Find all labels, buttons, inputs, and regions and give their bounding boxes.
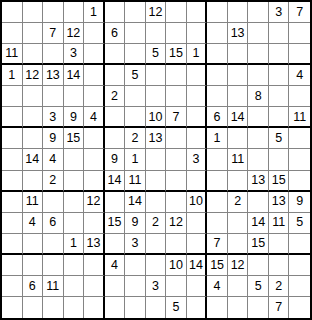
cell-empty-r5c2[interactable]	[23, 86, 44, 107]
cell-empty-r6c1[interactable]	[2, 107, 23, 128]
cell-empty-r1c7[interactable]	[125, 2, 146, 23]
cell-given-r11c9: 12	[166, 213, 187, 234]
cell-given-r7c14: 5	[269, 128, 290, 149]
cell-given-r14c11: 4	[207, 276, 228, 297]
cell-empty-r12c14[interactable]	[269, 234, 290, 255]
cell-empty-r15c13[interactable]	[248, 297, 269, 318]
cell-empty-r3c5[interactable]	[84, 44, 105, 65]
cell-given-r11c3: 6	[43, 213, 64, 234]
cell-empty-r4c5[interactable]	[84, 65, 105, 86]
cell-given-r4c3: 13	[43, 65, 64, 86]
cell-given-r13c12: 12	[228, 255, 249, 276]
cell-empty-r1c11[interactable]	[207, 2, 228, 23]
cell-empty-r11c11[interactable]	[207, 213, 228, 234]
cell-given-r8c3: 4	[43, 149, 64, 170]
cell-empty-r12c3[interactable]	[43, 234, 64, 255]
cell-empty-r14c1[interactable]	[2, 276, 23, 297]
cell-given-r6c9: 7	[166, 107, 187, 128]
cell-given-r14c14: 2	[269, 276, 290, 297]
cell-empty-r13c4[interactable]	[64, 255, 85, 276]
cell-empty-r3c2[interactable]	[23, 44, 44, 65]
cell-empty-r8c14[interactable]	[269, 149, 290, 170]
cell-given-r6c5: 4	[84, 107, 105, 128]
cell-empty-r9c4[interactable]	[64, 171, 85, 192]
cell-empty-r12c10[interactable]	[187, 234, 208, 255]
cell-given-r10c15: 9	[289, 192, 310, 213]
cell-empty-r9c11[interactable]	[207, 171, 228, 192]
cell-empty-r4c9[interactable]	[166, 65, 187, 86]
cell-given-r6c12: 14	[228, 107, 249, 128]
cell-empty-r10c11[interactable]	[207, 192, 228, 213]
cell-given-r10c7: 14	[125, 192, 146, 213]
cell-given-r10c2: 11	[23, 192, 44, 213]
cell-given-r1c8: 12	[146, 2, 167, 23]
cell-empty-r10c13[interactable]	[248, 192, 269, 213]
cell-empty-r15c10[interactable]	[187, 297, 208, 318]
cell-empty-r4c6[interactable]	[105, 65, 126, 86]
cell-given-r6c4: 9	[64, 107, 85, 128]
cell-given-r14c3: 11	[43, 276, 64, 297]
cell-empty-r6c7[interactable]	[125, 107, 146, 128]
cell-empty-r13c14[interactable]	[269, 255, 290, 276]
cell-empty-r11c5[interactable]	[84, 213, 105, 234]
cell-empty-r2c10[interactable]	[187, 23, 208, 44]
cell-given-r10c14: 13	[269, 192, 290, 213]
cell-empty-r3c15[interactable]	[289, 44, 310, 65]
cell-empty-r11c12[interactable]	[228, 213, 249, 234]
cell-empty-r12c9[interactable]	[166, 234, 187, 255]
cell-empty-r7c10[interactable]	[187, 128, 208, 149]
cell-empty-r8c1[interactable]	[2, 149, 23, 170]
cell-empty-r4c8[interactable]	[146, 65, 167, 86]
cell-given-r11c7: 9	[125, 213, 146, 234]
cell-empty-r3c7[interactable]	[125, 44, 146, 65]
cell-given-r6c8: 10	[146, 107, 167, 128]
cell-empty-r14c5[interactable]	[84, 276, 105, 297]
cell-empty-r2c7[interactable]	[125, 23, 146, 44]
cell-empty-r5c3[interactable]	[43, 86, 64, 107]
cell-empty-r4c14[interactable]	[269, 65, 290, 86]
cell-given-r11c6: 15	[105, 213, 126, 234]
cell-given-r4c4: 14	[64, 65, 85, 86]
cell-empty-r9c1[interactable]	[2, 171, 23, 192]
cell-empty-r4c11[interactable]	[207, 65, 228, 86]
cell-empty-r5c8[interactable]	[146, 86, 167, 107]
cell-empty-r2c15[interactable]	[289, 23, 310, 44]
cell-given-r1c15: 7	[289, 2, 310, 23]
cell-given-r7c7: 2	[125, 128, 146, 149]
cell-empty-r8c4[interactable]	[64, 149, 85, 170]
cell-given-r5c6: 2	[105, 86, 126, 107]
cell-empty-r14c15[interactable]	[289, 276, 310, 297]
cell-empty-r5c7[interactable]	[125, 86, 146, 107]
cell-empty-r13c7[interactable]	[125, 255, 146, 276]
cell-empty-r12c2[interactable]	[23, 234, 44, 255]
cell-empty-r7c1[interactable]	[2, 128, 23, 149]
cell-given-r8c2: 14	[23, 149, 44, 170]
cell-given-r8c7: 1	[125, 149, 146, 170]
cell-given-r10c5: 12	[84, 192, 105, 213]
cell-given-r11c14: 11	[269, 213, 290, 234]
cell-empty-r7c2[interactable]	[23, 128, 44, 149]
cell-empty-r1c13[interactable]	[248, 2, 269, 23]
cell-given-r14c13: 5	[248, 276, 269, 297]
cell-given-r12c5: 13	[84, 234, 105, 255]
cell-empty-r2c11[interactable]	[207, 23, 228, 44]
cell-empty-r15c2[interactable]	[23, 297, 44, 318]
cell-given-r15c14: 7	[269, 297, 290, 318]
cell-empty-r15c15[interactable]	[289, 297, 310, 318]
cell-empty-r5c15[interactable]	[289, 86, 310, 107]
cell-given-r4c2: 12	[23, 65, 44, 86]
cell-empty-r4c10[interactable]	[187, 65, 208, 86]
cell-given-r8c6: 9	[105, 149, 126, 170]
cell-empty-r10c4[interactable]	[64, 192, 85, 213]
cell-given-r2c4: 12	[64, 23, 85, 44]
cell-empty-r2c13[interactable]	[248, 23, 269, 44]
cell-empty-r2c1[interactable]	[2, 23, 23, 44]
cell-given-r3c4: 3	[64, 44, 85, 65]
cell-given-r11c8: 2	[146, 213, 167, 234]
cell-empty-r1c3[interactable]	[43, 2, 64, 23]
cell-empty-r9c15[interactable]	[289, 171, 310, 192]
cell-empty-r12c12[interactable]	[228, 234, 249, 255]
cell-empty-r8c9[interactable]	[166, 149, 187, 170]
cell-empty-r2c14[interactable]	[269, 23, 290, 44]
cell-given-r11c2: 4	[23, 213, 44, 234]
cell-empty-r13c15[interactable]	[289, 255, 310, 276]
cell-given-r3c1: 11	[2, 44, 23, 65]
cell-given-r13c11: 15	[207, 255, 228, 276]
cell-empty-r9c2[interactable]	[23, 171, 44, 192]
cell-given-r9c6: 14	[105, 171, 126, 192]
cell-given-r6c15: 11	[289, 107, 310, 128]
cell-empty-r5c4[interactable]	[64, 86, 85, 107]
cell-empty-r6c6[interactable]	[105, 107, 126, 128]
cell-empty-r2c5[interactable]	[84, 23, 105, 44]
cell-empty-r10c9[interactable]	[166, 192, 187, 213]
cell-given-r3c9: 15	[166, 44, 187, 65]
cell-given-r10c10: 10	[187, 192, 208, 213]
cell-empty-r15c5[interactable]	[84, 297, 105, 318]
cell-empty-r15c7[interactable]	[125, 297, 146, 318]
cell-given-r4c7: 5	[125, 65, 146, 86]
cell-given-r2c6: 6	[105, 23, 126, 44]
cell-empty-r1c4[interactable]	[64, 2, 85, 23]
sudoku-board: 1123771261311351511121314542839410761411…	[0, 0, 312, 320]
cell-empty-r7c12[interactable]	[228, 128, 249, 149]
cell-empty-r11c1[interactable]	[2, 213, 23, 234]
cell-empty-r10c8[interactable]	[146, 192, 167, 213]
cell-empty-r8c8[interactable]	[146, 149, 167, 170]
cell-given-r9c13: 13	[248, 171, 269, 192]
cell-empty-r12c6[interactable]	[105, 234, 126, 255]
cell-empty-r13c5[interactable]	[84, 255, 105, 276]
cell-empty-r9c5[interactable]	[84, 171, 105, 192]
cell-empty-r10c6[interactable]	[105, 192, 126, 213]
cell-empty-r3c3[interactable]	[43, 44, 64, 65]
cell-empty-r7c13[interactable]	[248, 128, 269, 149]
cell-given-r7c8: 13	[146, 128, 167, 149]
cell-given-r3c10: 1	[187, 44, 208, 65]
cell-given-r8c10: 3	[187, 149, 208, 170]
cell-empty-r12c15[interactable]	[289, 234, 310, 255]
cell-empty-r11c10[interactable]	[187, 213, 208, 234]
cell-empty-r9c12[interactable]	[228, 171, 249, 192]
cell-empty-r14c7[interactable]	[125, 276, 146, 297]
cell-empty-r1c9[interactable]	[166, 2, 187, 23]
cell-given-r13c10: 14	[187, 255, 208, 276]
cell-empty-r15c4[interactable]	[64, 297, 85, 318]
cell-empty-r6c2[interactable]	[23, 107, 44, 128]
cell-given-r4c15: 4	[289, 65, 310, 86]
cell-empty-r7c9[interactable]	[166, 128, 187, 149]
cell-empty-r15c12[interactable]	[228, 297, 249, 318]
cell-empty-r8c15[interactable]	[289, 149, 310, 170]
cell-given-r3c8: 5	[146, 44, 167, 65]
cell-given-r7c4: 15	[64, 128, 85, 149]
cell-empty-r5c14[interactable]	[269, 86, 290, 107]
cell-given-r14c8: 3	[146, 276, 167, 297]
cell-empty-r2c9[interactable]	[166, 23, 187, 44]
cell-empty-r2c2[interactable]	[23, 23, 44, 44]
cell-empty-r15c11[interactable]	[207, 297, 228, 318]
cell-empty-r9c8[interactable]	[146, 171, 167, 192]
cell-empty-r12c8[interactable]	[146, 234, 167, 255]
cell-empty-r15c6[interactable]	[105, 297, 126, 318]
cell-given-r7c3: 9	[43, 128, 64, 149]
cell-empty-r5c10[interactable]	[187, 86, 208, 107]
cell-given-r12c7: 3	[125, 234, 146, 255]
cell-given-r9c14: 15	[269, 171, 290, 192]
cell-empty-r15c3[interactable]	[43, 297, 64, 318]
cell-empty-r13c8[interactable]	[146, 255, 167, 276]
cell-empty-r13c2[interactable]	[23, 255, 44, 276]
cell-empty-r5c12[interactable]	[228, 86, 249, 107]
cell-given-r1c14: 3	[269, 2, 290, 23]
cell-empty-r6c13[interactable]	[248, 107, 269, 128]
cell-given-r4c1: 1	[2, 65, 23, 86]
cell-empty-r5c1[interactable]	[2, 86, 23, 107]
cell-given-r13c6: 4	[105, 255, 126, 276]
cell-empty-r10c1[interactable]	[2, 192, 23, 213]
cell-empty-r3c14[interactable]	[269, 44, 290, 65]
cell-empty-r4c13[interactable]	[248, 65, 269, 86]
cell-empty-r8c13[interactable]	[248, 149, 269, 170]
cell-empty-r14c10[interactable]	[187, 276, 208, 297]
cell-given-r14c2: 6	[23, 276, 44, 297]
cell-empty-r1c1[interactable]	[2, 2, 23, 23]
cell-empty-r9c10[interactable]	[187, 171, 208, 192]
cell-empty-r14c4[interactable]	[64, 276, 85, 297]
cell-empty-r1c2[interactable]	[23, 2, 44, 23]
cell-empty-r13c3[interactable]	[43, 255, 64, 276]
cell-given-r15c9: 5	[166, 297, 187, 318]
cell-given-r9c3: 2	[43, 171, 64, 192]
cell-empty-r7c15[interactable]	[289, 128, 310, 149]
cell-empty-r8c5[interactable]	[84, 149, 105, 170]
cell-empty-r14c6[interactable]	[105, 276, 126, 297]
cell-empty-r6c10[interactable]	[187, 107, 208, 128]
cell-given-r5c13: 8	[248, 86, 269, 107]
cell-empty-r3c12[interactable]	[228, 44, 249, 65]
cell-empty-r15c8[interactable]	[146, 297, 167, 318]
cell-empty-r14c12[interactable]	[228, 276, 249, 297]
cell-given-r1c5: 1	[84, 2, 105, 23]
cell-empty-r3c11[interactable]	[207, 44, 228, 65]
cell-empty-r5c9[interactable]	[166, 86, 187, 107]
cell-empty-r7c5[interactable]	[84, 128, 105, 149]
cell-empty-r13c1[interactable]	[2, 255, 23, 276]
cell-given-r2c12: 13	[228, 23, 249, 44]
cell-empty-r1c12[interactable]	[228, 2, 249, 23]
cell-given-r9c7: 11	[125, 171, 146, 192]
cell-given-r6c3: 3	[43, 107, 64, 128]
cell-empty-r7c6[interactable]	[105, 128, 126, 149]
cell-given-r6c11: 6	[207, 107, 228, 128]
cell-given-r8c12: 11	[228, 149, 249, 170]
cell-given-r7c11: 1	[207, 128, 228, 149]
cell-given-r11c15: 5	[289, 213, 310, 234]
cell-empty-r3c13[interactable]	[248, 44, 269, 65]
cell-given-r2c3: 7	[43, 23, 64, 44]
cell-empty-r1c10[interactable]	[187, 2, 208, 23]
cell-empty-r1c6[interactable]	[105, 2, 126, 23]
cell-given-r13c9: 10	[166, 255, 187, 276]
cell-empty-r13c13[interactable]	[248, 255, 269, 276]
cell-empty-r8c11[interactable]	[207, 149, 228, 170]
cell-empty-r14c9[interactable]	[166, 276, 187, 297]
cell-empty-r5c11[interactable]	[207, 86, 228, 107]
cell-empty-r11c4[interactable]	[64, 213, 85, 234]
cell-empty-r12c1[interactable]	[2, 234, 23, 255]
cell-empty-r2c8[interactable]	[146, 23, 167, 44]
cell-given-r10c12: 2	[228, 192, 249, 213]
cell-given-r12c13: 15	[248, 234, 269, 255]
cell-given-r11c13: 14	[248, 213, 269, 234]
cell-empty-r15c1[interactable]	[2, 297, 23, 318]
cell-empty-r4c12[interactable]	[228, 65, 249, 86]
cell-empty-r9c9[interactable]	[166, 171, 187, 192]
cell-given-r12c4: 1	[64, 234, 85, 255]
cell-empty-r6c14[interactable]	[269, 107, 290, 128]
cell-empty-r3c6[interactable]	[105, 44, 126, 65]
cell-empty-r5c5[interactable]	[84, 86, 105, 107]
cell-empty-r10c3[interactable]	[43, 192, 64, 213]
cell-given-r12c11: 7	[207, 234, 228, 255]
